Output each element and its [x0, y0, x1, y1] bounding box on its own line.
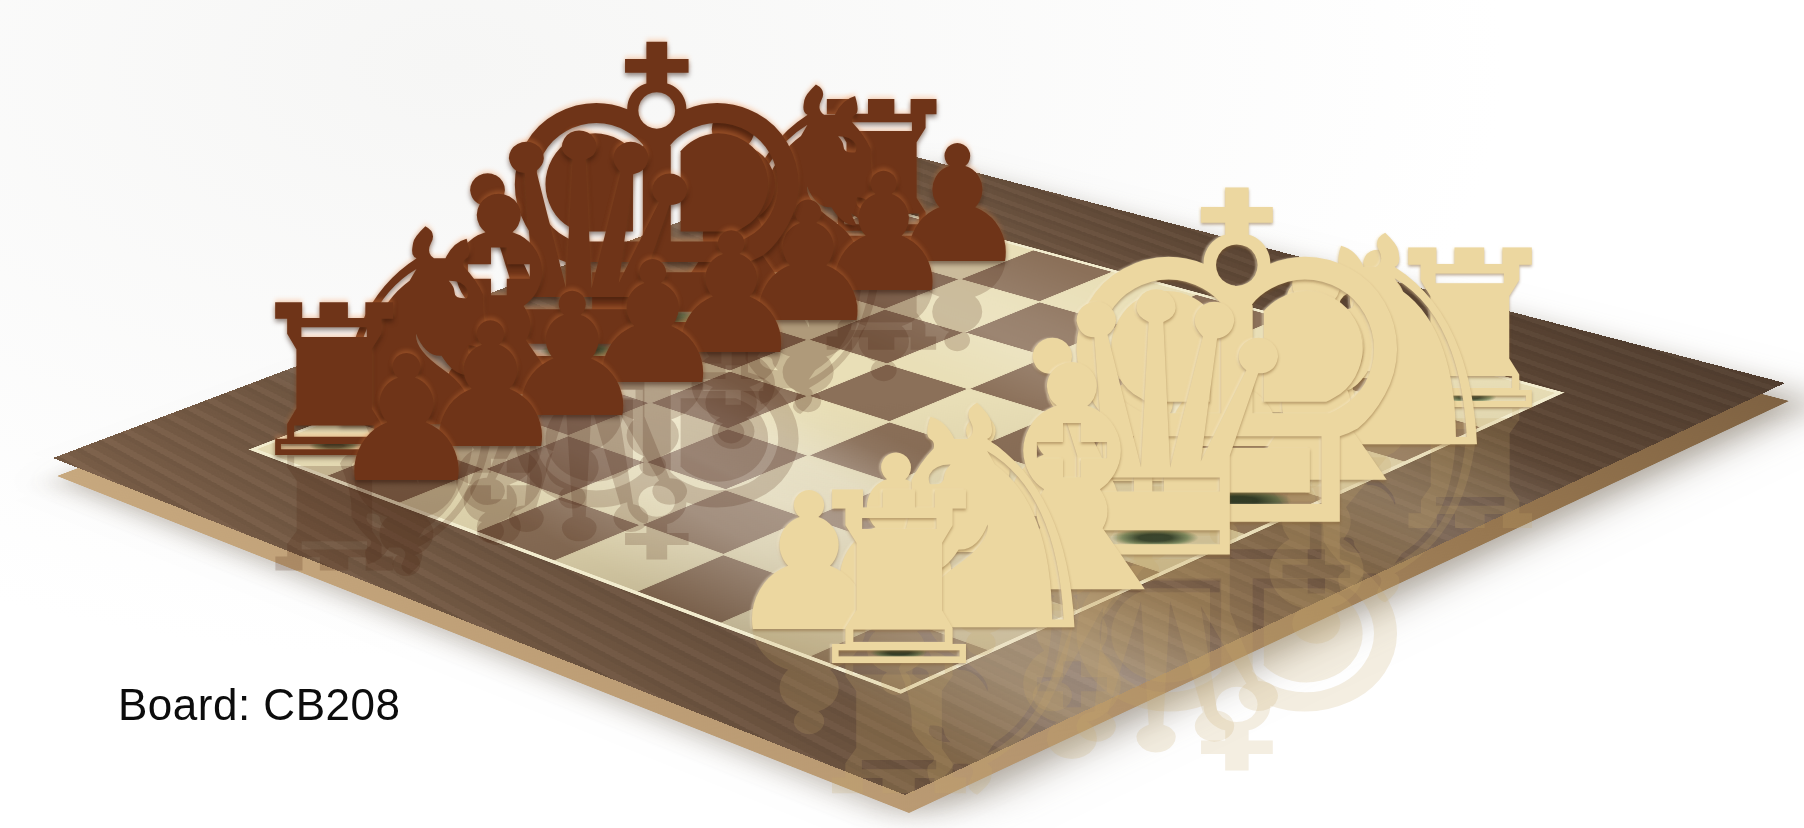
board-model-caption: Board: CB208: [118, 680, 400, 730]
product-photo-stage: ♜♜♞♞♝♝♛♛♚♚♝♝♞♞♜♜♟♟♟♟♟♟♟♟♟♟♟♟♟♟♟♟♟♟♟♟♟♟♟♟…: [0, 0, 1804, 828]
